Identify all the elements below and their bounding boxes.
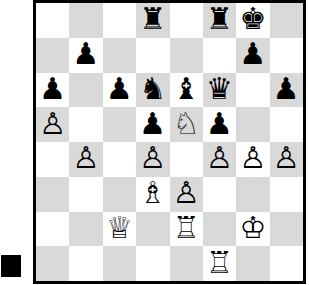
square-b3[interactable] bbox=[69, 177, 102, 212]
square-e5[interactable]: ♘ bbox=[170, 107, 203, 142]
square-c3[interactable] bbox=[103, 177, 136, 212]
black-pawn-c6[interactable]: ♟ bbox=[106, 74, 133, 104]
square-h3[interactable] bbox=[270, 177, 303, 212]
square-f5[interactable]: ♟ bbox=[203, 107, 236, 142]
square-g2[interactable]: ♔ bbox=[236, 212, 269, 247]
square-b4[interactable]: ♙ bbox=[69, 142, 102, 177]
square-b5[interactable] bbox=[69, 107, 102, 142]
square-c8[interactable] bbox=[103, 3, 136, 38]
square-h1[interactable] bbox=[270, 246, 303, 281]
square-g5[interactable] bbox=[236, 107, 269, 142]
square-d2[interactable] bbox=[136, 212, 169, 247]
white-pawn-g4[interactable]: ♙ bbox=[239, 143, 266, 173]
square-a3[interactable] bbox=[36, 177, 69, 212]
square-f7[interactable] bbox=[203, 38, 236, 73]
square-c6[interactable]: ♟ bbox=[103, 73, 136, 108]
square-b6[interactable] bbox=[69, 73, 102, 108]
white-pawn-f4[interactable]: ♙ bbox=[206, 143, 233, 173]
square-a6[interactable]: ♟ bbox=[36, 73, 69, 108]
black-pawn-a6[interactable]: ♟ bbox=[39, 74, 66, 104]
square-d4[interactable]: ♙ bbox=[136, 142, 169, 177]
white-rook-f1[interactable]: ♖ bbox=[206, 248, 233, 278]
square-a7[interactable] bbox=[36, 38, 69, 73]
square-g3[interactable] bbox=[236, 177, 269, 212]
black-to-move-indicator bbox=[1, 255, 21, 277]
square-b8[interactable] bbox=[69, 3, 102, 38]
square-f3[interactable] bbox=[203, 177, 236, 212]
black-rook-f8[interactable]: ♜ bbox=[206, 4, 233, 34]
black-pawn-f5[interactable]: ♟ bbox=[206, 109, 233, 139]
square-f1[interactable]: ♖ bbox=[203, 246, 236, 281]
white-pawn-b4[interactable]: ♙ bbox=[73, 143, 100, 173]
square-b2[interactable] bbox=[69, 212, 102, 247]
square-g8[interactable]: ♚ bbox=[236, 3, 269, 38]
square-d5[interactable]: ♟ bbox=[136, 107, 169, 142]
square-a4[interactable] bbox=[36, 142, 69, 177]
chess-diagram: ♜♜♚♟♟♟♟♞♝♛♟♙♟♘♟♙♙♙♙♙♗♙♕♖♔♖ bbox=[0, 0, 309, 285]
square-h6[interactable]: ♟ bbox=[270, 73, 303, 108]
white-pawn-h4[interactable]: ♙ bbox=[273, 143, 300, 173]
square-e8[interactable] bbox=[170, 3, 203, 38]
square-c4[interactable] bbox=[103, 142, 136, 177]
square-a2[interactable] bbox=[36, 212, 69, 247]
black-bishop-e6[interactable]: ♝ bbox=[173, 74, 200, 104]
square-e1[interactable] bbox=[170, 246, 203, 281]
square-h8[interactable] bbox=[270, 3, 303, 38]
white-pawn-d4[interactable]: ♙ bbox=[139, 143, 166, 173]
square-c1[interactable] bbox=[103, 246, 136, 281]
square-f6[interactable]: ♛ bbox=[203, 73, 236, 108]
white-pawn-e3[interactable]: ♙ bbox=[173, 178, 200, 208]
black-queen-f6[interactable]: ♛ bbox=[206, 74, 233, 104]
square-h2[interactable] bbox=[270, 212, 303, 247]
white-king-g2[interactable]: ♔ bbox=[239, 213, 266, 243]
square-h7[interactable] bbox=[270, 38, 303, 73]
square-d6[interactable]: ♞ bbox=[136, 73, 169, 108]
white-bishop-d3[interactable]: ♗ bbox=[139, 178, 166, 208]
black-king-g8[interactable]: ♚ bbox=[239, 4, 266, 34]
square-d7[interactable] bbox=[136, 38, 169, 73]
white-rook-e2[interactable]: ♖ bbox=[173, 213, 200, 243]
square-e6[interactable]: ♝ bbox=[170, 73, 203, 108]
black-knight-d6[interactable]: ♞ bbox=[139, 74, 166, 104]
square-h5[interactable] bbox=[270, 107, 303, 142]
black-pawn-b7[interactable]: ♟ bbox=[73, 39, 100, 69]
square-g1[interactable] bbox=[236, 246, 269, 281]
black-rook-d8[interactable]: ♜ bbox=[139, 4, 166, 34]
white-queen-c2[interactable]: ♕ bbox=[106, 213, 133, 243]
square-a5[interactable]: ♙ bbox=[36, 107, 69, 142]
square-a8[interactable] bbox=[36, 3, 69, 38]
square-d1[interactable] bbox=[136, 246, 169, 281]
chess-board: ♜♜♚♟♟♟♟♞♝♛♟♙♟♘♟♙♙♙♙♙♗♙♕♖♔♖ bbox=[33, 0, 306, 284]
square-a1[interactable] bbox=[36, 246, 69, 281]
square-f2[interactable] bbox=[203, 212, 236, 247]
square-f8[interactable]: ♜ bbox=[203, 3, 236, 38]
square-g6[interactable] bbox=[236, 73, 269, 108]
square-d3[interactable]: ♗ bbox=[136, 177, 169, 212]
black-pawn-g7[interactable]: ♟ bbox=[239, 39, 266, 69]
black-pawn-h6[interactable]: ♟ bbox=[273, 74, 300, 104]
square-e4[interactable] bbox=[170, 142, 203, 177]
square-g4[interactable]: ♙ bbox=[236, 142, 269, 177]
square-b1[interactable] bbox=[69, 246, 102, 281]
square-b7[interactable]: ♟ bbox=[69, 38, 102, 73]
square-c5[interactable] bbox=[103, 107, 136, 142]
square-d8[interactable]: ♜ bbox=[136, 3, 169, 38]
black-pawn-d5[interactable]: ♟ bbox=[139, 109, 166, 139]
square-e2[interactable]: ♖ bbox=[170, 212, 203, 247]
square-h4[interactable]: ♙ bbox=[270, 142, 303, 177]
square-g7[interactable]: ♟ bbox=[236, 38, 269, 73]
white-pawn-a5[interactable]: ♙ bbox=[39, 109, 66, 139]
square-c7[interactable] bbox=[103, 38, 136, 73]
square-f4[interactable]: ♙ bbox=[203, 142, 236, 177]
square-e3[interactable]: ♙ bbox=[170, 177, 203, 212]
square-c2[interactable]: ♕ bbox=[103, 212, 136, 247]
square-e7[interactable] bbox=[170, 38, 203, 73]
white-knight-e5[interactable]: ♘ bbox=[173, 109, 200, 139]
